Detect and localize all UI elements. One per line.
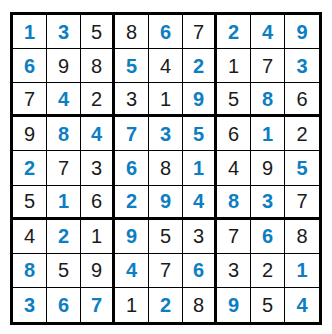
cell-r1c6[interactable]: 7: [183, 15, 217, 49]
cell-r9c9[interactable]: 4: [285, 288, 319, 322]
cell-r1c7[interactable]: 2: [217, 15, 251, 49]
cell-r6c4[interactable]: 2: [115, 186, 149, 220]
cell-r5c3[interactable]: 3: [81, 151, 115, 185]
cell-r2c1[interactable]: 6: [13, 49, 47, 83]
cell-r5c1[interactable]: 2: [13, 151, 47, 185]
cell-r3c3[interactable]: 2: [81, 83, 115, 117]
sudoku-screen: 1358672496985421737423195869847356122736…: [0, 0, 332, 334]
cell-r5c8[interactable]: 9: [251, 151, 285, 185]
cell-r3c4[interactable]: 3: [115, 83, 149, 117]
cell-r9c8[interactable]: 5: [251, 288, 285, 322]
cell-r4c7[interactable]: 6: [217, 117, 251, 151]
cell-r3c5[interactable]: 1: [149, 83, 183, 117]
cell-r9c7[interactable]: 9: [217, 288, 251, 322]
cell-r8c1[interactable]: 8: [13, 254, 47, 288]
cell-r7c7[interactable]: 7: [217, 220, 251, 254]
cell-r1c9[interactable]: 9: [285, 15, 319, 49]
cell-r1c5[interactable]: 6: [149, 15, 183, 49]
cell-r7c6[interactable]: 3: [183, 220, 217, 254]
cell-r2c8[interactable]: 7: [251, 49, 285, 83]
cell-r8c7[interactable]: 3: [217, 254, 251, 288]
cell-r8c4[interactable]: 4: [115, 254, 149, 288]
cell-r8c2[interactable]: 5: [47, 254, 81, 288]
cell-r2c5[interactable]: 4: [149, 49, 183, 83]
cell-r7c1[interactable]: 4: [13, 220, 47, 254]
cell-r8c3[interactable]: 9: [81, 254, 115, 288]
cell-r3c6[interactable]: 9: [183, 83, 217, 117]
cell-r9c1[interactable]: 3: [13, 288, 47, 322]
cell-r3c2[interactable]: 4: [47, 83, 81, 117]
cell-r3c1[interactable]: 7: [13, 83, 47, 117]
cell-r2c6[interactable]: 2: [183, 49, 217, 83]
cell-r4c4[interactable]: 7: [115, 117, 149, 151]
cell-r4c1[interactable]: 9: [13, 117, 47, 151]
cell-r5c6[interactable]: 1: [183, 151, 217, 185]
cell-r8c5[interactable]: 7: [149, 254, 183, 288]
cell-r7c4[interactable]: 9: [115, 220, 149, 254]
cell-r7c2[interactable]: 2: [47, 220, 81, 254]
cell-r7c3[interactable]: 1: [81, 220, 115, 254]
cell-r2c2[interactable]: 9: [47, 49, 81, 83]
cell-r9c4[interactable]: 1: [115, 288, 149, 322]
cell-r3c8[interactable]: 8: [251, 83, 285, 117]
cell-r5c5[interactable]: 8: [149, 151, 183, 185]
cell-r2c3[interactable]: 8: [81, 49, 115, 83]
cell-r6c9[interactable]: 7: [285, 186, 319, 220]
cell-r7c5[interactable]: 5: [149, 220, 183, 254]
cell-r4c8[interactable]: 1: [251, 117, 285, 151]
cell-r1c4[interactable]: 8: [115, 15, 149, 49]
cell-r4c9[interactable]: 2: [285, 117, 319, 151]
cell-r9c5[interactable]: 2: [149, 288, 183, 322]
cell-r2c7[interactable]: 1: [217, 49, 251, 83]
cell-r8c9[interactable]: 1: [285, 254, 319, 288]
cell-r6c6[interactable]: 4: [183, 186, 217, 220]
cell-r6c2[interactable]: 1: [47, 186, 81, 220]
cell-r8c6[interactable]: 6: [183, 254, 217, 288]
cell-r4c2[interactable]: 8: [47, 117, 81, 151]
cell-r2c9[interactable]: 3: [285, 49, 319, 83]
cell-r7c8[interactable]: 6: [251, 220, 285, 254]
cell-r1c8[interactable]: 4: [251, 15, 285, 49]
cell-r1c3[interactable]: 5: [81, 15, 115, 49]
sudoku-board: 1358672496985421737423195869847356122736…: [10, 12, 322, 325]
cell-r5c7[interactable]: 4: [217, 151, 251, 185]
cell-r1c1[interactable]: 1: [13, 15, 47, 49]
cell-r5c2[interactable]: 7: [47, 151, 81, 185]
cell-r3c9[interactable]: 6: [285, 83, 319, 117]
cell-r6c5[interactable]: 9: [149, 186, 183, 220]
cell-r6c7[interactable]: 8: [217, 186, 251, 220]
cell-r7c9[interactable]: 8: [285, 220, 319, 254]
cell-r4c3[interactable]: 4: [81, 117, 115, 151]
cell-r9c2[interactable]: 6: [47, 288, 81, 322]
cell-r6c1[interactable]: 5: [13, 186, 47, 220]
cell-r9c3[interactable]: 7: [81, 288, 115, 322]
cell-r6c8[interactable]: 3: [251, 186, 285, 220]
cell-r9c6[interactable]: 8: [183, 288, 217, 322]
cell-r6c3[interactable]: 6: [81, 186, 115, 220]
cell-r5c4[interactable]: 6: [115, 151, 149, 185]
cell-r1c2[interactable]: 3: [47, 15, 81, 49]
cell-r4c6[interactable]: 5: [183, 117, 217, 151]
cell-r2c4[interactable]: 5: [115, 49, 149, 83]
cell-r5c9[interactable]: 5: [285, 151, 319, 185]
cell-r3c7[interactable]: 5: [217, 83, 251, 117]
cell-r4c5[interactable]: 3: [149, 117, 183, 151]
cell-r8c8[interactable]: 2: [251, 254, 285, 288]
